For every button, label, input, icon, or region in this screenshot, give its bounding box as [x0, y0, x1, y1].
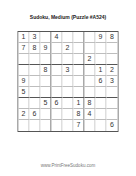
cell-r9c4-empty[interactable] — [52, 120, 63, 131]
cell-r8c4-empty[interactable] — [52, 109, 63, 120]
cell-r2c1-given[interactable]: 7 — [19, 43, 30, 54]
cell-r1c7-empty[interactable] — [85, 32, 96, 43]
cell-r6c7-empty[interactable] — [85, 87, 96, 98]
cell-r8c3-empty[interactable] — [41, 109, 52, 120]
cell-r8c5-empty[interactable] — [63, 109, 74, 120]
cell-r7c2-empty[interactable] — [30, 98, 41, 109]
cell-r4c7-empty[interactable] — [85, 65, 96, 76]
cell-r9c3-empty[interactable] — [41, 120, 52, 131]
cell-r3c6-empty[interactable] — [74, 54, 85, 65]
cell-r8c6-given[interactable]: 8 — [74, 109, 85, 120]
cell-r2c5-given[interactable]: 2 — [63, 43, 74, 54]
cell-r4c1-empty[interactable] — [19, 65, 30, 76]
sudoku-sheet: Sudoku, Medium (Puzzle #A524) 1349878922… — [0, 0, 136, 176]
cell-r1c9-given[interactable]: 8 — [107, 32, 118, 43]
cell-r4c9-given[interactable]: 2 — [107, 65, 118, 76]
cell-r5c6-empty[interactable] — [74, 76, 85, 87]
cell-r6c9-empty[interactable] — [107, 87, 118, 98]
cell-r8c8-empty[interactable] — [96, 109, 107, 120]
cell-r6c3-empty[interactable] — [41, 87, 52, 98]
cell-r2c7-empty[interactable] — [85, 43, 96, 54]
cell-r6c1-given[interactable]: 5 — [19, 87, 30, 98]
cell-r1c5-empty[interactable] — [63, 32, 74, 43]
cell-r3c3-empty[interactable] — [41, 54, 52, 65]
cell-r2c8-empty[interactable] — [96, 43, 107, 54]
cell-r4c2-empty[interactable] — [30, 65, 41, 76]
cell-r4c6-empty[interactable] — [74, 65, 85, 76]
cell-r5c7-empty[interactable] — [85, 76, 96, 87]
cell-r3c7-given[interactable]: 2 — [85, 54, 96, 65]
cell-r1c8-given[interactable]: 9 — [96, 32, 107, 43]
cell-r9c6-given[interactable]: 7 — [74, 120, 85, 131]
cell-r3c4-empty[interactable] — [52, 54, 63, 65]
puzzle-title: Sudoku, Medium (Puzzle #A524) — [0, 14, 136, 20]
cell-r1c3-empty[interactable] — [41, 32, 52, 43]
cell-r9c2-empty[interactable] — [30, 120, 41, 131]
cell-r1c2-given[interactable]: 3 — [30, 32, 41, 43]
cell-r6c2-empty[interactable] — [30, 87, 41, 98]
cell-r2c2-given[interactable]: 8 — [30, 43, 41, 54]
cell-r2c4-empty[interactable] — [52, 43, 63, 54]
cell-r5c1-given[interactable]: 9 — [19, 76, 30, 87]
sudoku-board: 1349878922831296355618268476 — [18, 31, 119, 132]
cell-r1c1-given[interactable]: 1 — [19, 32, 30, 43]
cell-r7c4-given[interactable]: 6 — [52, 98, 63, 109]
cell-r7c3-given[interactable]: 5 — [41, 98, 52, 109]
cell-r2c6-empty[interactable] — [74, 43, 85, 54]
cell-r8c9-empty[interactable] — [107, 109, 118, 120]
cell-r7c7-given[interactable]: 8 — [85, 98, 96, 109]
cell-r5c9-given[interactable]: 3 — [107, 76, 118, 87]
cell-r5c4-empty[interactable] — [52, 76, 63, 87]
cell-r9c7-empty[interactable] — [85, 120, 96, 131]
cell-r9c5-empty[interactable] — [63, 120, 74, 131]
cell-r5c2-empty[interactable] — [30, 76, 41, 87]
cell-r8c1-given[interactable]: 2 — [19, 109, 30, 120]
cell-r9c1-empty[interactable] — [19, 120, 30, 131]
cell-r9c9-given[interactable]: 6 — [107, 120, 118, 131]
cell-r3c1-empty[interactable] — [19, 54, 30, 65]
cell-r2c3-given[interactable]: 9 — [41, 43, 52, 54]
cell-r3c9-empty[interactable] — [107, 54, 118, 65]
cell-r5c3-empty[interactable] — [41, 76, 52, 87]
cell-r4c3-given[interactable]: 8 — [41, 65, 52, 76]
cell-r7c1-empty[interactable] — [19, 98, 30, 109]
cell-r1c4-given[interactable]: 4 — [52, 32, 63, 43]
cell-r1c6-empty[interactable] — [74, 32, 85, 43]
cell-r5c5-empty[interactable] — [63, 76, 74, 87]
cell-r3c8-empty[interactable] — [96, 54, 107, 65]
cell-r7c5-empty[interactable] — [63, 98, 74, 109]
cell-r7c6-given[interactable]: 1 — [74, 98, 85, 109]
cell-r6c8-empty[interactable] — [96, 87, 107, 98]
cell-r8c7-given[interactable]: 4 — [85, 109, 96, 120]
cell-r4c5-given[interactable]: 3 — [63, 65, 74, 76]
cell-r7c9-empty[interactable] — [107, 98, 118, 109]
cell-r6c6-empty[interactable] — [74, 87, 85, 98]
cell-r2c9-empty[interactable] — [107, 43, 118, 54]
cell-r4c8-given[interactable]: 1 — [96, 65, 107, 76]
cell-r6c4-empty[interactable] — [52, 87, 63, 98]
cell-r3c5-empty[interactable] — [63, 54, 74, 65]
cell-r7c8-empty[interactable] — [96, 98, 107, 109]
footer-url: www.PrintFreeSudoku.com — [0, 163, 136, 168]
cell-r6c5-empty[interactable] — [63, 87, 74, 98]
cell-r5c8-given[interactable]: 6 — [96, 76, 107, 87]
cell-r4c4-empty[interactable] — [52, 65, 63, 76]
cell-r3c2-empty[interactable] — [30, 54, 41, 65]
cell-r8c2-given[interactable]: 6 — [30, 109, 41, 120]
cell-r9c8-empty[interactable] — [96, 120, 107, 131]
